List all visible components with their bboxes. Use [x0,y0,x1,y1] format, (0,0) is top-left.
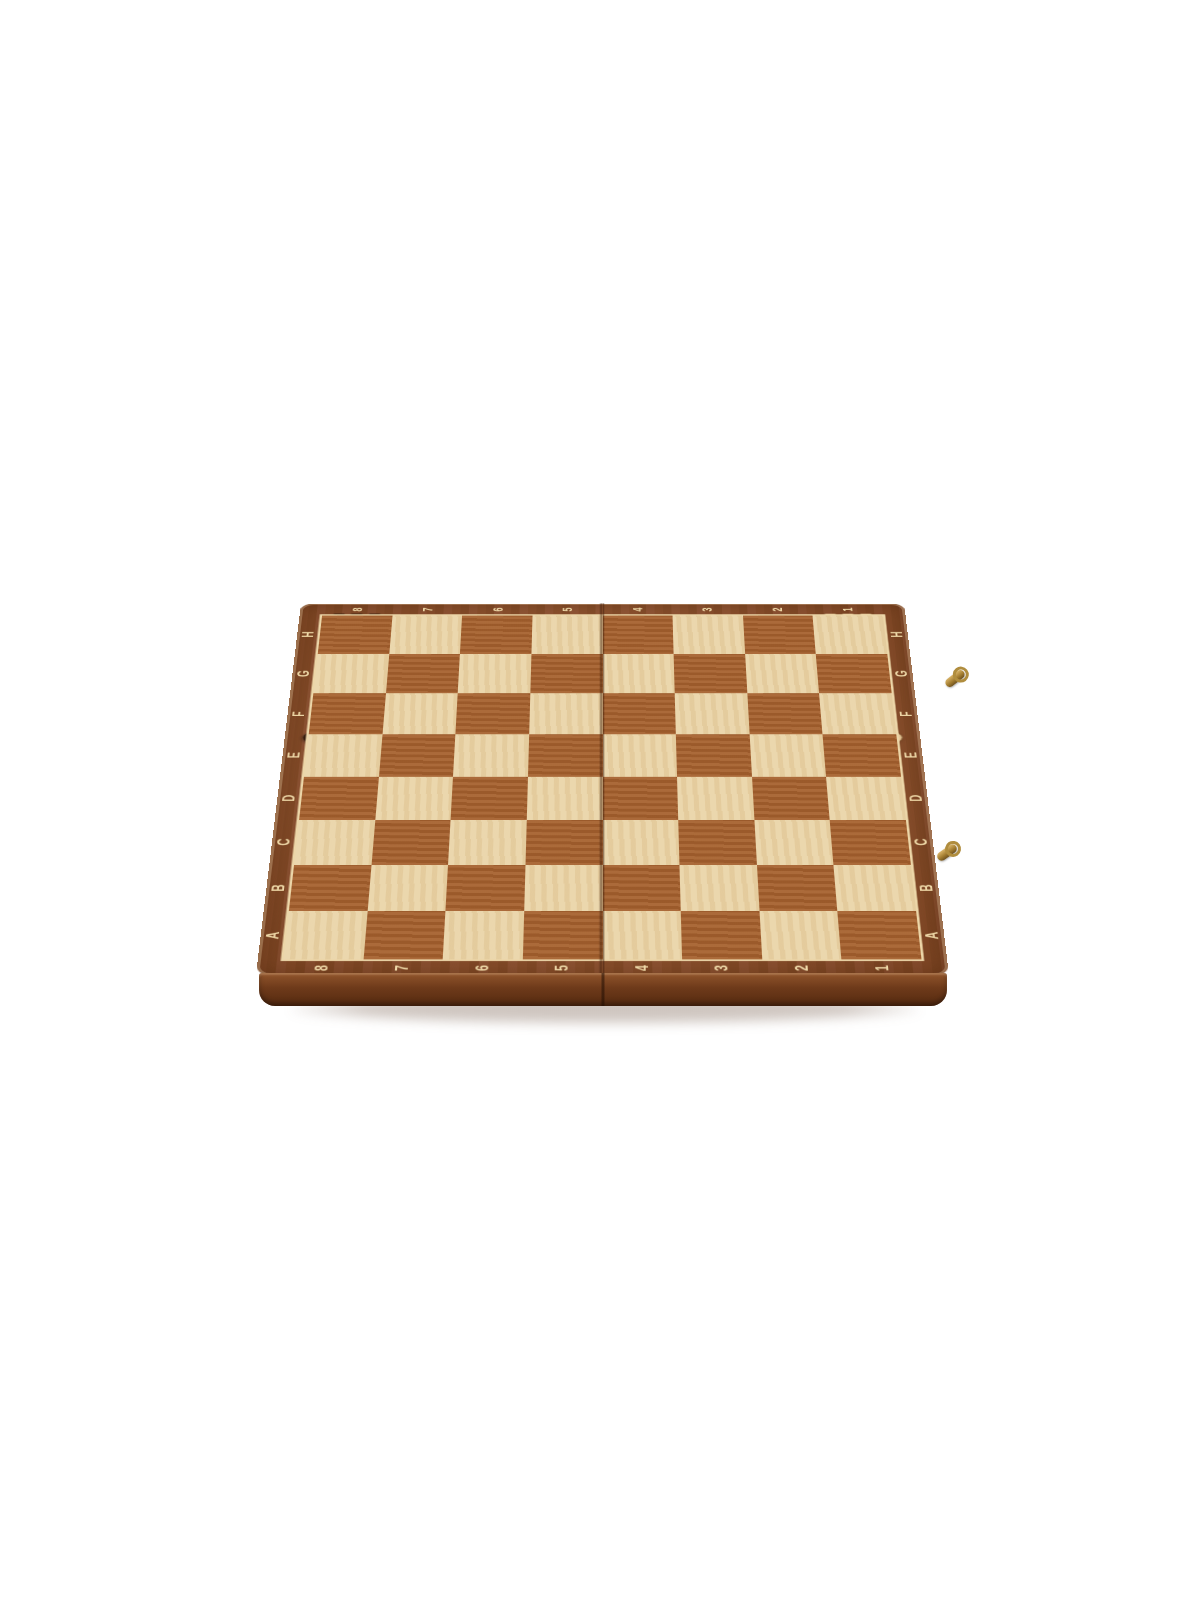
square-e6[interactable] [453,734,529,776]
square-b3[interactable] [680,865,760,911]
square-c1[interactable] [830,820,911,865]
rank-label-near-3: 3 [714,965,731,971]
pawn-glyph: ♟ [613,738,666,757]
square-g4[interactable] [603,654,675,694]
square-c4[interactable] [602,820,679,865]
file-label-left-D: D [281,795,298,802]
file-label-left-A: A [264,932,282,939]
product-photo-page: HH88GG77FF66EE55DD44CC33BB22AA11 ♜♟♟♜♞♝♟… [0,0,1200,1600]
square-a1[interactable] [838,911,922,959]
file-label-right-C: C [913,839,930,846]
square-c6[interactable] [448,820,526,865]
square-g1[interactable] [816,654,892,694]
file-label-left-B: B [270,884,288,891]
file-label-left-G: G [295,670,311,677]
square-c2[interactable] [754,820,834,865]
pawn-glyph: ♟ [469,657,521,675]
square-c7[interactable] [371,820,451,865]
square-f4[interactable] [603,693,676,734]
rank-label-near-8: 8 [314,965,332,971]
square-g5[interactable] [530,654,602,694]
square-h6[interactable] [460,616,532,654]
rank-label-far-7: 7 [421,607,434,611]
file-label-right-B: B [918,884,936,891]
file-label-right-D: D [908,795,925,802]
square-a2[interactable] [759,911,841,959]
rank-label-far-4: 4 [631,607,644,611]
knight-glyph: ♞ [671,688,752,717]
square-c5[interactable] [525,820,602,865]
file-label-right-A: A [923,932,941,939]
square-d5[interactable] [527,776,603,820]
square-a6[interactable] [443,911,524,959]
rank-label-near-5: 5 [554,965,571,971]
rank-label-near-7: 7 [394,965,412,971]
bishop-glyph: ♝ [383,648,464,676]
rank-label-far-2: 2 [771,607,784,611]
square-a5[interactable] [523,911,603,959]
square-b2[interactable] [757,865,838,911]
square-b7[interactable] [367,865,448,911]
square-e3[interactable] [676,734,752,776]
rank-label-near-2: 2 [794,965,812,971]
pawn-glyph: ♟ [755,657,808,675]
square-b4[interactable] [602,865,680,911]
rank-label-far-5: 5 [561,607,574,611]
board-side-edge [259,973,947,1006]
fold-seam [599,603,605,975]
rank-label-near-4: 4 [634,965,651,971]
square-b8[interactable] [289,865,371,911]
square-h3[interactable] [673,616,745,654]
file-label-right-G: G [893,670,909,677]
square-f6[interactable] [456,693,531,734]
king-glyph: ♚ [289,719,401,758]
rank-label-far-6: 6 [491,607,504,611]
square-d3[interactable] [677,776,754,820]
file-label-left-H: H [300,632,316,638]
square-a7[interactable] [363,911,445,959]
square-a3[interactable] [681,911,762,959]
rank-label-near-6: 6 [474,965,491,971]
chessboard: HH88GG77FF66EE55DD44CC33BB22AA11 ♜♟♟♜♞♝♟… [256,604,949,976]
rook-glyph: ♜ [318,611,395,637]
rook-glyph: ♜ [810,611,887,637]
pawn-glyph: ♟ [400,618,452,636]
pawn-glyph: ♟ [394,697,448,716]
file-label-left-C: C [275,839,292,846]
rank-label-near-1: 1 [874,965,892,971]
pawn-glyph: ♟ [539,738,592,757]
file-label-right-H: H [889,632,905,638]
knight-glyph: ♞ [312,648,394,676]
square-a8[interactable] [283,911,367,959]
square-b6[interactable] [446,865,526,911]
square-c3[interactable] [678,820,756,865]
square-h4[interactable] [603,616,674,654]
square-a4[interactable] [602,911,682,959]
pawn-glyph: ♟ [757,697,811,716]
king-glyph: ♚ [805,719,917,758]
pawn-glyph: ♟ [753,618,805,636]
rank-label-far-3: 3 [701,607,714,611]
chessboard-scene: HH88GG77FF66EE55DD44CC33BB22AA11 ♜♟♟♜♞♝♟… [0,0,1200,1600]
square-b5[interactable] [524,865,602,911]
fold-gap [601,973,606,1006]
square-h5[interactable] [531,616,602,654]
square-f5[interactable] [529,693,602,734]
square-c8[interactable] [294,820,375,865]
square-b1[interactable] [834,865,916,911]
